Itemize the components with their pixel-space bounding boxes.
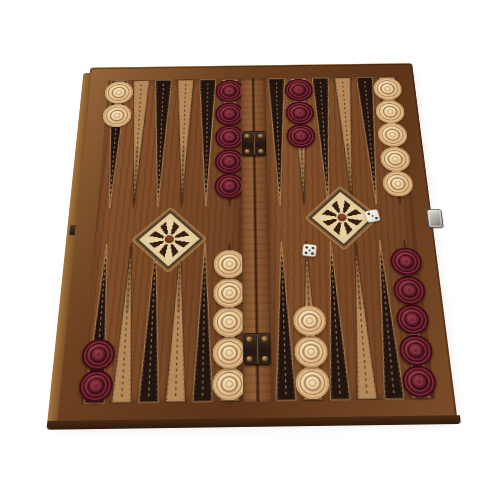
- product-photo: [0, 0, 500, 500]
- hinge-top: [242, 131, 266, 156]
- latch[interactable]: [426, 209, 443, 228]
- backgammon-board: [55, 63, 457, 423]
- point-20[interactable]: [197, 80, 216, 207]
- die-pip: [312, 247, 315, 249]
- right-half: [265, 76, 435, 401]
- checker-light[interactable]: [380, 147, 412, 172]
- screw-icon: [245, 149, 250, 153]
- die-pip: [371, 215, 374, 218]
- die-pip: [311, 252, 314, 254]
- screw-icon: [258, 149, 263, 153]
- die-pip: [375, 217, 378, 220]
- screw-icon: [262, 336, 268, 341]
- left-half: [81, 79, 243, 404]
- point-16[interactable]: [312, 78, 337, 205]
- screw-icon: [258, 134, 263, 138]
- playing-field: [81, 76, 435, 403]
- screw-icon: [245, 134, 250, 138]
- die-pip: [305, 246, 308, 248]
- checker-dark[interactable]: [285, 101, 314, 124]
- hinge-pin: [253, 133, 256, 155]
- point-inlay-line: [182, 147, 184, 204]
- die-pip: [367, 212, 370, 214]
- die-pip: [308, 249, 311, 251]
- box-front-edge: [46, 415, 461, 430]
- die-showing-5[interactable]: [302, 244, 317, 257]
- checker-light[interactable]: [375, 100, 406, 123]
- screw-icon: [246, 336, 252, 341]
- point-18[interactable]: [268, 79, 289, 206]
- screw-icon: [262, 356, 268, 362]
- board-tilt-wrapper: [49, 0, 457, 423]
- hinge-pin: [255, 335, 258, 364]
- point-15[interactable]: [334, 78, 361, 205]
- hinge-bottom: [244, 333, 271, 366]
- clasp: [69, 225, 75, 235]
- die-pip: [304, 252, 307, 254]
- point-22[interactable]: [149, 80, 172, 207]
- screw-icon: [247, 356, 253, 362]
